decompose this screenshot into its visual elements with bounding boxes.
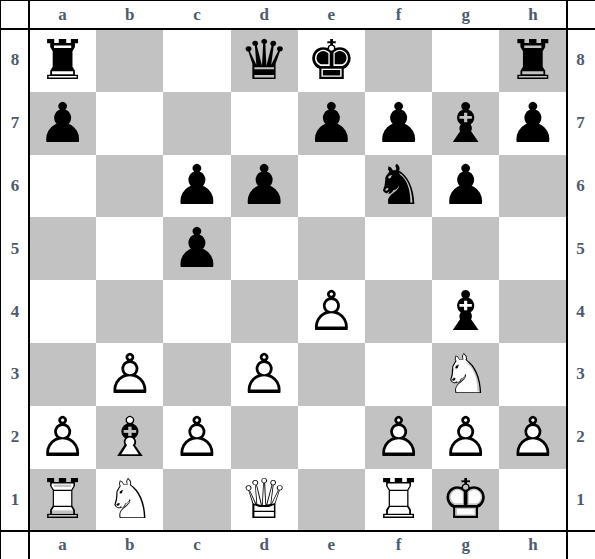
rank-label-text: 2 <box>576 427 585 447</box>
square-c6[interactable]: ♟ <box>163 155 230 218</box>
file-label-f-bottom: f <box>365 531 432 559</box>
square-e2[interactable] <box>298 406 365 469</box>
square-c7[interactable] <box>163 92 230 155</box>
rank-label-text: 6 <box>11 176 20 196</box>
rank-label-text: 1 <box>576 490 585 510</box>
piece-black-pawn[interactable]: ♟ <box>432 155 499 218</box>
black-pawn-icon: ♟ <box>231 155 298 218</box>
file-label-text: h <box>528 5 537 25</box>
square-d7[interactable] <box>231 92 298 155</box>
white-king-outline-icon: ♔ <box>432 469 499 532</box>
white-queen-icon: ♛ <box>231 469 298 532</box>
piece-white-pawn[interactable]: ♟♙ <box>298 280 365 343</box>
piece-black-knight[interactable]: ♞ <box>365 155 432 218</box>
piece-white-rook[interactable]: ♜♖ <box>29 469 96 532</box>
black-king-icon: ♚ <box>298 29 365 92</box>
square-c5[interactable]: ♟ <box>163 217 230 280</box>
black-pawn-icon: ♟ <box>163 155 230 218</box>
piece-white-pawn[interactable]: ♟♙ <box>432 406 499 469</box>
square-d3[interactable]: ♟♙ <box>231 343 298 406</box>
square-b2[interactable]: ♝♗ <box>96 406 163 469</box>
square-f7[interactable]: ♟ <box>365 92 432 155</box>
square-b6[interactable] <box>96 155 163 218</box>
square-g1[interactable]: ♚♔ <box>432 469 499 532</box>
black-pawn-icon: ♟ <box>29 92 96 155</box>
white-pawn-icon: ♟ <box>432 406 499 469</box>
file-label-c-top: c <box>163 1 230 29</box>
file-label-e-bottom: e <box>298 531 365 559</box>
rank-label-text: 5 <box>576 239 585 259</box>
piece-black-pawn[interactable]: ♟ <box>298 92 365 155</box>
file-label-d-top: d <box>231 1 298 29</box>
rank-label-4-left: 4 <box>1 280 29 343</box>
file-label-h-bottom: h <box>499 531 566 559</box>
piece-white-knight[interactable]: ♞♘ <box>432 343 499 406</box>
black-pawn-icon: ♟ <box>298 92 365 155</box>
file-label-b-bottom: b <box>96 531 163 559</box>
white-bishop-outline-icon: ♗ <box>96 406 163 469</box>
rank-label-3-left: 3 <box>1 343 29 406</box>
rank-label-1-right: 1 <box>567 469 595 532</box>
file-label-g-bottom: g <box>432 531 499 559</box>
rank-label-text: 6 <box>576 176 585 196</box>
piece-white-bishop[interactable]: ♝♗ <box>96 406 163 469</box>
piece-black-rook[interactable]: ♜ <box>29 29 96 92</box>
rank-label-5-left: 5 <box>1 217 29 280</box>
rank-label-6-right: 6 <box>567 155 595 218</box>
black-rook-icon: ♜ <box>29 29 96 92</box>
square-g2[interactable]: ♟♙ <box>432 406 499 469</box>
square-f3[interactable] <box>365 343 432 406</box>
black-bishop-icon: ♝ <box>432 280 499 343</box>
white-pawn-icon: ♟ <box>163 406 230 469</box>
square-a5[interactable] <box>29 217 96 280</box>
square-h7[interactable]: ♟ <box>499 92 566 155</box>
square-h6[interactable] <box>499 155 566 218</box>
square-f6[interactable]: ♞ <box>365 155 432 218</box>
square-c1[interactable] <box>163 469 230 532</box>
piece-black-pawn[interactable]: ♟ <box>29 92 96 155</box>
square-h5[interactable] <box>499 217 566 280</box>
piece-white-pawn[interactable]: ♟♙ <box>365 406 432 469</box>
white-king-icon: ♚ <box>432 469 499 532</box>
file-label-text: g <box>461 5 470 25</box>
square-c4[interactable] <box>163 280 230 343</box>
file-label-f-top: f <box>365 1 432 29</box>
file-label-text: b <box>125 5 134 25</box>
file-label-text: d <box>259 535 268 555</box>
square-b1[interactable]: ♞♘ <box>96 469 163 532</box>
square-c3[interactable] <box>163 343 230 406</box>
piece-black-bishop[interactable]: ♝ <box>432 280 499 343</box>
piece-white-pawn[interactable]: ♟♙ <box>96 343 163 406</box>
rank-label-text: 5 <box>11 239 20 259</box>
black-queen-icon: ♛ <box>231 29 298 92</box>
corner-cell <box>567 1 595 29</box>
square-e3[interactable] <box>298 343 365 406</box>
square-g4[interactable]: ♝ <box>432 280 499 343</box>
square-d6[interactable]: ♟ <box>231 155 298 218</box>
square-e4[interactable]: ♟♙ <box>298 280 365 343</box>
square-d5[interactable] <box>231 217 298 280</box>
square-h8[interactable]: ♜ <box>499 29 566 92</box>
rank-label-1-left: 1 <box>1 469 29 532</box>
file-label-text: b <box>125 535 134 555</box>
square-c8[interactable] <box>163 29 230 92</box>
white-pawn-outline-icon: ♙ <box>499 406 566 469</box>
white-pawn-outline-icon: ♙ <box>231 343 298 406</box>
piece-white-pawn[interactable]: ♟♙ <box>163 406 230 469</box>
file-label-text: d <box>259 5 268 25</box>
square-f8[interactable] <box>365 29 432 92</box>
piece-white-pawn[interactable]: ♟♙ <box>499 406 566 469</box>
rank-label-8-left: 8 <box>1 29 29 92</box>
square-b5[interactable] <box>96 217 163 280</box>
square-d2[interactable] <box>231 406 298 469</box>
white-pawn-outline-icon: ♙ <box>29 406 96 469</box>
square-e1[interactable] <box>298 469 365 532</box>
white-pawn-icon: ♟ <box>298 280 365 343</box>
piece-white-rook[interactable]: ♜♖ <box>365 469 432 532</box>
white-pawn-outline-icon: ♙ <box>96 343 163 406</box>
piece-black-pawn[interactable]: ♟ <box>231 155 298 218</box>
piece-black-rook[interactable]: ♜ <box>499 29 566 92</box>
white-knight-outline-icon: ♘ <box>432 343 499 406</box>
square-d1[interactable]: ♛♕ <box>231 469 298 532</box>
square-b3[interactable]: ♟♙ <box>96 343 163 406</box>
white-pawn-icon: ♟ <box>365 406 432 469</box>
corner-cell <box>1 531 29 559</box>
file-label-g-top: g <box>432 1 499 29</box>
black-rook-icon: ♜ <box>499 29 566 92</box>
file-label-text: h <box>528 535 537 555</box>
white-knight-outline-icon: ♘ <box>96 469 163 532</box>
rank-label-4-right: 4 <box>567 280 595 343</box>
file-label-text: f <box>396 5 402 25</box>
rank-label-text: 7 <box>11 113 20 133</box>
piece-black-pawn[interactable]: ♟ <box>163 217 230 280</box>
file-label-a-top: a <box>29 1 96 29</box>
piece-black-pawn[interactable]: ♟ <box>499 92 566 155</box>
file-label-d-bottom: d <box>231 531 298 559</box>
piece-white-queen[interactable]: ♛♕ <box>231 469 298 532</box>
corner-cell <box>1 1 29 29</box>
white-rook-icon: ♜ <box>29 469 96 532</box>
piece-black-bishop[interactable]: ♝ <box>432 92 499 155</box>
square-e7[interactable]: ♟ <box>298 92 365 155</box>
rank-label-3-right: 3 <box>567 343 595 406</box>
square-a4[interactable] <box>29 280 96 343</box>
white-pawn-icon: ♟ <box>96 343 163 406</box>
square-g7[interactable]: ♝ <box>432 92 499 155</box>
white-rook-outline-icon: ♖ <box>365 469 432 532</box>
black-knight-icon: ♞ <box>365 155 432 218</box>
square-g5[interactable] <box>432 217 499 280</box>
file-label-b-top: b <box>96 1 163 29</box>
rank-label-7-left: 7 <box>1 92 29 155</box>
rank-label-text: 3 <box>576 364 585 384</box>
black-bishop-icon: ♝ <box>432 92 499 155</box>
chess-board: abcdefgh8♜♛♚♜87♟♟♟♝♟76♟♟♞♟65♟54♟♙♝43♟♙♟♙… <box>1 1 595 559</box>
square-f4[interactable] <box>365 280 432 343</box>
black-pawn-icon: ♟ <box>163 217 230 280</box>
piece-black-pawn[interactable]: ♟ <box>163 155 230 218</box>
piece-white-king[interactable]: ♚♔ <box>432 469 499 532</box>
square-d8[interactable]: ♛ <box>231 29 298 92</box>
file-label-h-top: h <box>499 1 566 29</box>
file-label-c-bottom: c <box>163 531 230 559</box>
rank-label-text: 4 <box>576 302 585 322</box>
white-pawn-outline-icon: ♙ <box>163 406 230 469</box>
square-h2[interactable]: ♟♙ <box>499 406 566 469</box>
piece-black-queen[interactable]: ♛ <box>231 29 298 92</box>
white-pawn-outline-icon: ♙ <box>432 406 499 469</box>
square-d4[interactable] <box>231 280 298 343</box>
rank-label-text: 3 <box>11 364 20 384</box>
square-a2[interactable]: ♟♙ <box>29 406 96 469</box>
rank-label-text: 4 <box>11 302 20 322</box>
file-label-text: c <box>193 5 201 25</box>
rank-label-text: 8 <box>11 50 20 70</box>
rank-label-text: 8 <box>576 50 585 70</box>
square-e5[interactable] <box>298 217 365 280</box>
square-e6[interactable] <box>298 155 365 218</box>
white-rook-outline-icon: ♖ <box>29 469 96 532</box>
rank-label-text: 7 <box>576 113 585 133</box>
square-g8[interactable] <box>432 29 499 92</box>
piece-white-pawn[interactable]: ♟♙ <box>29 406 96 469</box>
file-label-e-top: e <box>298 1 365 29</box>
rank-label-text: 2 <box>11 427 20 447</box>
square-a6[interactable] <box>29 155 96 218</box>
rank-label-8-right: 8 <box>567 29 595 92</box>
rank-label-2-left: 2 <box>1 406 29 469</box>
piece-white-pawn[interactable]: ♟♙ <box>231 343 298 406</box>
white-pawn-icon: ♟ <box>231 343 298 406</box>
file-label-text: a <box>58 535 67 555</box>
file-label-text: e <box>328 5 336 25</box>
white-pawn-icon: ♟ <box>29 406 96 469</box>
rank-label-5-right: 5 <box>567 217 595 280</box>
square-b8[interactable] <box>96 29 163 92</box>
file-label-a-bottom: a <box>29 531 96 559</box>
square-h1[interactable] <box>499 469 566 532</box>
white-rook-icon: ♜ <box>365 469 432 532</box>
piece-white-knight[interactable]: ♞♘ <box>96 469 163 532</box>
rank-label-7-right: 7 <box>567 92 595 155</box>
rank-label-6-left: 6 <box>1 155 29 218</box>
file-label-text: a <box>58 5 67 25</box>
square-g3[interactable]: ♞♘ <box>432 343 499 406</box>
square-a3[interactable] <box>29 343 96 406</box>
chess-board-diagram: abcdefgh8♜♛♚♜87♟♟♟♝♟76♟♟♞♟65♟54♟♙♝43♟♙♟♙… <box>0 0 595 559</box>
black-pawn-icon: ♟ <box>365 92 432 155</box>
square-e8[interactable]: ♚ <box>298 29 365 92</box>
white-knight-icon: ♞ <box>96 469 163 532</box>
piece-black-pawn[interactable]: ♟ <box>365 92 432 155</box>
square-c2[interactable]: ♟♙ <box>163 406 230 469</box>
square-a7[interactable]: ♟ <box>29 92 96 155</box>
square-f5[interactable] <box>365 217 432 280</box>
square-a1[interactable]: ♜♖ <box>29 469 96 532</box>
square-b7[interactable] <box>96 92 163 155</box>
file-label-text: f <box>396 535 402 555</box>
square-h3[interactable] <box>499 343 566 406</box>
piece-black-king[interactable]: ♚ <box>298 29 365 92</box>
white-bishop-icon: ♝ <box>96 406 163 469</box>
white-pawn-icon: ♟ <box>499 406 566 469</box>
file-label-text: g <box>461 535 470 555</box>
square-h4[interactable] <box>499 280 566 343</box>
rank-label-2-right: 2 <box>567 406 595 469</box>
white-queen-outline-icon: ♕ <box>231 469 298 532</box>
black-pawn-icon: ♟ <box>499 92 566 155</box>
white-pawn-outline-icon: ♙ <box>365 406 432 469</box>
file-label-text: c <box>193 535 201 555</box>
rank-label-text: 1 <box>11 490 20 510</box>
square-b4[interactable] <box>96 280 163 343</box>
white-pawn-outline-icon: ♙ <box>298 280 365 343</box>
corner-cell <box>567 531 595 559</box>
square-a8[interactable]: ♜ <box>29 29 96 92</box>
file-label-text: e <box>328 535 336 555</box>
square-g6[interactable]: ♟ <box>432 155 499 218</box>
square-f2[interactable]: ♟♙ <box>365 406 432 469</box>
square-f1[interactable]: ♜♖ <box>365 469 432 532</box>
black-pawn-icon: ♟ <box>432 155 499 218</box>
white-knight-icon: ♞ <box>432 343 499 406</box>
